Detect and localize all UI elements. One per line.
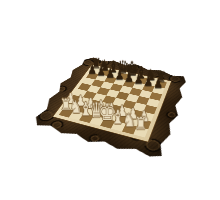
carving-scroll-icon [165, 110, 178, 120]
piece-black-pawn: ♟ [153, 77, 163, 90]
piece-black-pawn: ♟ [106, 67, 115, 80]
piece-black-pawn: ♟ [124, 71, 134, 84]
piece-black-pawn: ♟ [143, 75, 153, 88]
product-photo-chess-set[interactable]: ♜♞♝♛♚♝♞♜♟♟♟♟♟♟♟♟♟♟♟♟♟♟♟♟♜♞♝♛♚♝♞♜ [0, 0, 220, 200]
piece-white-rook: ♜ [134, 115, 147, 132]
piece-black-pawn: ♟ [96, 65, 105, 78]
carving-scroll-icon [50, 119, 64, 130]
board-scene: ♜♞♝♛♚♝♞♜♟♟♟♟♟♟♟♟♟♟♟♟♟♟♟♟♜♞♝♛♚♝♞♜ [43, 61, 178, 150]
carving-scroll-icon [87, 133, 103, 145]
piece-black-pawn: ♟ [115, 69, 125, 82]
piece-black-pawn: ♟ [134, 73, 144, 86]
